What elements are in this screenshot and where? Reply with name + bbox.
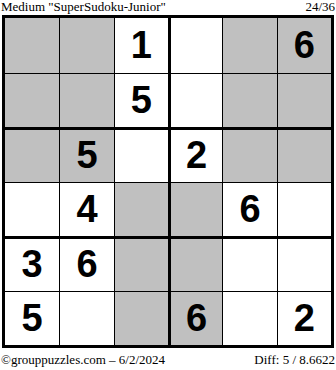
- cell-r2c1[interactable]: [5, 73, 59, 128]
- cell-r5c4[interactable]: [168, 236, 222, 291]
- cell-r3c5[interactable]: [222, 127, 276, 182]
- cell-r5c5[interactable]: [222, 236, 276, 291]
- footer: ©grouppuzzles.com – 6/2/2024 Diff: 5 / 8…: [1, 352, 335, 368]
- cell-r5c6[interactable]: [277, 236, 331, 291]
- cell-r1c4[interactable]: [168, 18, 222, 73]
- cell-r4c3[interactable]: [114, 182, 168, 237]
- cell-r6c5[interactable]: [222, 291, 276, 346]
- cell-r5c1: 3: [5, 236, 59, 291]
- cell-r6c3[interactable]: [114, 291, 168, 346]
- cell-r1c3: 1: [114, 18, 168, 73]
- cells-remaining-counter: 24/36: [305, 0, 335, 14]
- cell-r1c5[interactable]: [222, 18, 276, 73]
- cell-r2c6[interactable]: [277, 73, 331, 128]
- cell-r4c5: 6: [222, 182, 276, 237]
- cell-r6c6: 2: [277, 291, 331, 346]
- cell-r1c2[interactable]: [59, 18, 113, 73]
- cell-r5c3[interactable]: [114, 236, 168, 291]
- cell-r3c3[interactable]: [114, 127, 168, 182]
- puzzle-title: Medium "SuperSudoku-Junior": [1, 0, 166, 14]
- cell-r4c1[interactable]: [5, 182, 59, 237]
- cell-r4c2: 4: [59, 182, 113, 237]
- difficulty-text: Diff: 5 / 8.6622: [254, 352, 335, 368]
- cell-r3c4: 2: [168, 127, 222, 182]
- cell-r4c6[interactable]: [277, 182, 331, 237]
- cell-r2c5[interactable]: [222, 73, 276, 128]
- cell-r6c4: 6: [168, 291, 222, 346]
- cell-r3c6[interactable]: [277, 127, 331, 182]
- cell-r1c6: 6: [277, 18, 331, 73]
- cell-r3c2: 5: [59, 127, 113, 182]
- cell-r2c2[interactable]: [59, 73, 113, 128]
- cell-r2c3: 5: [114, 73, 168, 128]
- header: Medium "SuperSudoku-Junior" 24/36: [1, 0, 335, 14]
- cell-r5c2: 6: [59, 236, 113, 291]
- copyright-date-text: ©grouppuzzles.com – 6/2/2024: [1, 352, 165, 368]
- cell-r4c4[interactable]: [168, 182, 222, 237]
- sudoku-board: 165524636562: [2, 15, 334, 348]
- cell-r1c1[interactable]: [5, 18, 59, 73]
- cell-r6c1: 5: [5, 291, 59, 346]
- cell-r6c2[interactable]: [59, 291, 113, 346]
- cell-r2c4[interactable]: [168, 73, 222, 128]
- cell-r3c1[interactable]: [5, 127, 59, 182]
- puzzle-page: Medium "SuperSudoku-Junior" 24/36 165524…: [0, 0, 336, 370]
